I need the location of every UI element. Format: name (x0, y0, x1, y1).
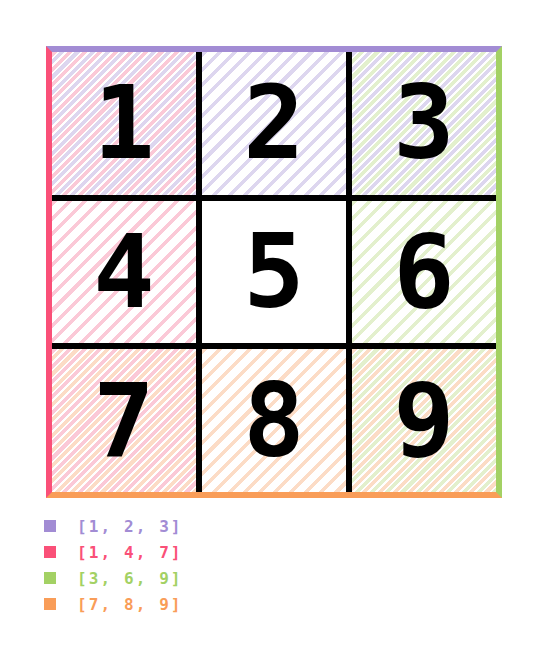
cell-6: 6 (352, 201, 496, 344)
cell-6-value: 6 (393, 213, 454, 331)
cell-5: 5 (202, 201, 346, 344)
cell-1-value: 1 (93, 64, 154, 182)
legend-item-left-column: [1, 4, 7] (44, 539, 183, 565)
cell-1: 1 (52, 52, 196, 195)
legend-label-bottom-row: [7, 8, 9] (77, 595, 183, 614)
cell-7-value: 7 (93, 362, 154, 480)
legend: [1, 2, 3] [1, 4, 7] [3, 6, 9] [7, 8, 9] (44, 513, 183, 617)
cell-4: 4 (52, 201, 196, 344)
green-swatch-icon (44, 572, 56, 584)
cell-7: 7 (52, 349, 196, 492)
cell-3: 3 (352, 52, 496, 195)
cell-2-value: 2 (243, 64, 304, 182)
legend-label-top-row: [1, 2, 3] (77, 517, 183, 536)
cell-8-value: 8 (243, 362, 304, 480)
cell-2: 2 (202, 52, 346, 195)
legend-label-left-column: [1, 4, 7] (77, 543, 183, 562)
legend-label-right-column: [3, 6, 9] (77, 569, 183, 588)
cell-5-value: 5 (243, 213, 304, 331)
cell-9-value: 9 (393, 362, 454, 480)
cell-3-value: 3 (393, 64, 454, 182)
cell-4-value: 4 (93, 213, 154, 331)
grid-board: 1 2 3 4 5 6 7 8 9 (46, 46, 502, 498)
legend-item-right-column: [3, 6, 9] (44, 565, 183, 591)
orange-swatch-icon (44, 598, 56, 610)
cell-8: 8 (202, 349, 346, 492)
legend-item-top-row: [1, 2, 3] (44, 513, 183, 539)
cell-9: 9 (352, 349, 496, 492)
purple-swatch-icon (44, 520, 56, 532)
pink-swatch-icon (44, 546, 56, 558)
legend-item-bottom-row: [7, 8, 9] (44, 591, 183, 617)
